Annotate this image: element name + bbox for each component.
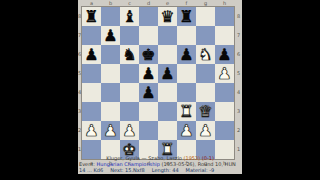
rank-label-3: 3 <box>237 109 242 114</box>
piece-black-queen[interactable]: ♛ <box>160 7 174 26</box>
square-a8[interactable]: ♜ <box>82 7 101 26</box>
square-c3[interactable] <box>120 102 139 121</box>
piece-white-knight[interactable]: ♞ <box>198 45 212 64</box>
square-g3[interactable]: ♛ <box>196 102 215 121</box>
square-a4[interactable] <box>82 83 101 102</box>
rank-label-8: 8 <box>237 14 242 19</box>
piece-white-pawn[interactable]: ♟ <box>198 121 212 140</box>
square-e2[interactable] <box>158 121 177 140</box>
piece-black-pawn[interactable]: ♟ <box>217 45 231 64</box>
square-d7[interactable] <box>139 26 158 45</box>
piece-white-pawn[interactable]: ♟ <box>179 121 193 140</box>
square-f5[interactable] <box>177 64 196 83</box>
chess-widget: abcdefgh abcdefgh 87654321 87654321 ♜♝♛♜… <box>78 0 242 174</box>
square-h8[interactable] <box>215 7 234 26</box>
square-f2[interactable]: ♟ <box>177 121 196 140</box>
square-c2[interactable]: ♟ <box>120 121 139 140</box>
chess-board[interactable]: ♜♝♛♜♟♟♞♚♟♞♟♟♟♟♟♜♛♟♟♟♟♟♚♜ <box>82 7 234 159</box>
piece-white-pawn[interactable]: ♟ <box>103 121 117 140</box>
square-e8[interactable]: ♛ <box>158 7 177 26</box>
rank-labels-right: 87654321 <box>237 7 242 159</box>
square-e4[interactable] <box>158 83 177 102</box>
square-b3[interactable] <box>101 102 120 121</box>
piece-black-pawn[interactable]: ♟ <box>84 45 98 64</box>
piece-black-rook[interactable]: ♜ <box>84 7 98 26</box>
piece-black-bishop[interactable]: ♝ <box>122 7 136 26</box>
piece-black-pawn[interactable]: ♟ <box>179 45 193 64</box>
square-g4[interactable] <box>196 83 215 102</box>
rank-label-1: 1 <box>237 147 242 152</box>
square-d4[interactable]: ♟ <box>139 83 158 102</box>
square-g2[interactable]: ♟ <box>196 121 215 140</box>
rank-label-5: 5 <box>237 71 242 76</box>
square-h2[interactable] <box>215 121 234 140</box>
piece-white-pawn[interactable]: ♟ <box>84 121 98 140</box>
square-g6[interactable]: ♞ <box>196 45 215 64</box>
square-f4[interactable] <box>177 83 196 102</box>
square-c4[interactable] <box>120 83 139 102</box>
square-a2[interactable]: ♟ <box>82 121 101 140</box>
rank-label-4: 4 <box>237 90 242 95</box>
square-c8[interactable]: ♝ <box>120 7 139 26</box>
piece-black-rook[interactable]: ♜ <box>179 7 193 26</box>
square-b6[interactable] <box>101 45 120 64</box>
square-h4[interactable] <box>215 83 234 102</box>
chess-board-frame: ♜♝♛♜♟♟♞♚♟♞♟♟♟♟♟♜♛♟♟♟♟♟♚♜ <box>81 6 235 160</box>
square-c7[interactable] <box>120 26 139 45</box>
square-f7[interactable] <box>177 26 196 45</box>
square-b8[interactable] <box>101 7 120 26</box>
square-h7[interactable] <box>215 26 234 45</box>
square-d6[interactable]: ♚ <box>139 45 158 64</box>
square-a5[interactable] <box>82 64 101 83</box>
square-c6[interactable]: ♞ <box>120 45 139 64</box>
last-move: 14 … Kd6 <box>79 167 103 173</box>
square-h3[interactable] <box>215 102 234 121</box>
square-b2[interactable]: ♟ <box>101 121 120 140</box>
square-d3[interactable] <box>139 102 158 121</box>
piece-white-rook[interactable]: ♜ <box>179 102 193 121</box>
rank-label-6: 6 <box>237 52 242 57</box>
square-e5[interactable]: ♟ <box>158 64 177 83</box>
square-d5[interactable]: ♟ <box>139 64 158 83</box>
video-frame: abcdefgh abcdefgh 87654321 87654321 ♜♝♛♜… <box>0 0 320 180</box>
game-length: Length: 44 <box>152 167 179 173</box>
piece-black-pawn[interactable]: ♟ <box>103 26 117 45</box>
square-h5[interactable]: ♟ <box>215 64 234 83</box>
square-d8[interactable] <box>139 7 158 26</box>
next-move: Next: 15.Nxf8 <box>110 167 145 173</box>
square-f6[interactable]: ♟ <box>177 45 196 64</box>
square-h6[interactable]: ♟ <box>215 45 234 64</box>
square-f8[interactable]: ♜ <box>177 7 196 26</box>
square-e7[interactable] <box>158 26 177 45</box>
square-f3[interactable]: ♜ <box>177 102 196 121</box>
material-balance: Material: -9 <box>186 167 215 173</box>
square-g8[interactable] <box>196 7 215 26</box>
square-g5[interactable] <box>196 64 215 83</box>
piece-black-pawn[interactable]: ♟ <box>141 83 155 102</box>
square-g7[interactable] <box>196 26 215 45</box>
square-e3[interactable] <box>158 102 177 121</box>
piece-black-king[interactable]: ♚ <box>141 45 155 64</box>
piece-black-knight[interactable]: ♞ <box>122 45 136 64</box>
square-e6[interactable] <box>158 45 177 64</box>
square-a3[interactable] <box>82 102 101 121</box>
square-b4[interactable] <box>101 83 120 102</box>
square-c5[interactable] <box>120 64 139 83</box>
piece-white-pawn[interactable]: ♟ <box>122 121 136 140</box>
piece-black-pawn[interactable]: ♟ <box>141 64 155 83</box>
piece-white-pawn[interactable]: ♟ <box>217 64 231 83</box>
square-b5[interactable] <box>101 64 120 83</box>
square-a7[interactable] <box>82 26 101 45</box>
piece-black-pawn[interactable]: ♟ <box>160 64 174 83</box>
status-line: 14 … Kd6 Next: 15.Nxf8 Length: 44 Materi… <box>79 167 214 173</box>
rank-label-7: 7 <box>237 33 242 38</box>
piece-white-queen[interactable]: ♛ <box>198 102 212 121</box>
square-b7[interactable]: ♟ <box>101 26 120 45</box>
square-d2[interactable] <box>139 121 158 140</box>
square-a6[interactable]: ♟ <box>82 45 101 64</box>
rank-label-2: 2 <box>237 128 242 133</box>
